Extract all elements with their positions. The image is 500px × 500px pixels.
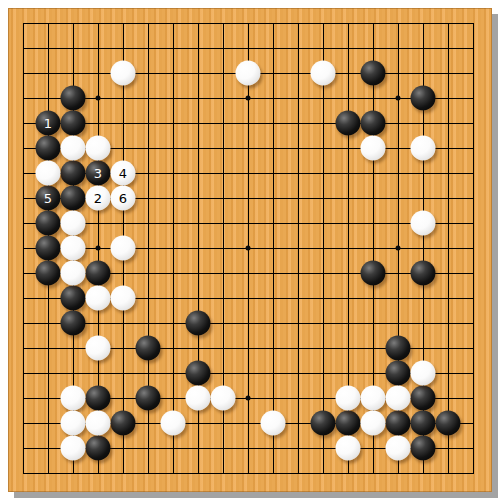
move-5-black-stone-c2-r8: 5	[36, 186, 61, 211]
star-point-16-4	[396, 96, 401, 101]
grid-line-horizontal-13	[23, 323, 474, 324]
white-stone-c3-r6	[61, 136, 86, 161]
black-stone-c16-r14	[386, 336, 411, 361]
black-stone-c17-r11	[411, 261, 436, 286]
black-stone-c2-r9	[36, 211, 61, 236]
move-number-label: 2	[94, 192, 102, 205]
white-stone-c14-r16	[336, 386, 361, 411]
white-stone-c7-r17	[161, 411, 186, 436]
white-stone-c4-r14	[86, 336, 111, 361]
move-number-label: 6	[119, 192, 127, 205]
white-stone-c3-r11	[61, 261, 86, 286]
move-number-label: 4	[119, 167, 127, 180]
white-stone-c15-r17	[361, 411, 386, 436]
black-stone-c17-r17	[411, 411, 436, 436]
black-stone-c3-r13	[61, 311, 86, 336]
black-stone-c14-r5	[336, 111, 361, 136]
white-stone-c10-r3	[236, 61, 261, 86]
black-stone-c5-r17	[111, 411, 136, 436]
move-number-label: 1	[44, 117, 52, 130]
white-stone-c16-r16	[386, 386, 411, 411]
white-stone-c3-r17	[61, 411, 86, 436]
star-point-16-10	[396, 246, 401, 251]
black-stone-c8-r13	[186, 311, 211, 336]
black-stone-c8-r15	[186, 361, 211, 386]
white-stone-c5-r10	[111, 236, 136, 261]
black-stone-c17-r4	[411, 86, 436, 111]
move-3-black-stone-c4-r7: 3	[86, 161, 111, 186]
black-stone-c15-r11	[361, 261, 386, 286]
black-stone-c15-r3	[361, 61, 386, 86]
grid-line-vertical-13	[323, 23, 324, 474]
white-stone-c15-r6	[361, 136, 386, 161]
go-board[interactable]: 135426	[8, 8, 492, 492]
white-stone-c17-r9	[411, 211, 436, 236]
white-stone-c4-r6	[86, 136, 111, 161]
black-stone-c2-r6	[36, 136, 61, 161]
black-stone-c18-r17	[436, 411, 461, 436]
move-2-white-stone-c4-r8: 2	[86, 186, 111, 211]
black-stone-c3-r7	[61, 161, 86, 186]
white-stone-c13-r3	[311, 61, 336, 86]
move-number-label: 5	[44, 192, 52, 205]
white-stone-c3-r10	[61, 236, 86, 261]
white-stone-c14-r18	[336, 436, 361, 461]
white-stone-c3-r18	[61, 436, 86, 461]
star-point-10-16	[246, 396, 251, 401]
white-stone-c3-r9	[61, 211, 86, 236]
black-stone-c4-r16	[86, 386, 111, 411]
black-stone-c4-r11	[86, 261, 111, 286]
black-stone-c17-r16	[411, 386, 436, 411]
black-stone-c3-r12	[61, 286, 86, 311]
white-stone-c9-r16	[211, 386, 236, 411]
grid-line-vertical-12	[298, 23, 299, 474]
white-stone-c11-r17	[261, 411, 286, 436]
white-stone-c16-r18	[386, 436, 411, 461]
white-stone-c2-r7	[36, 161, 61, 186]
black-stone-c4-r18	[86, 436, 111, 461]
white-stone-c3-r16	[61, 386, 86, 411]
black-stone-c14-r17	[336, 411, 361, 436]
go-diagram-page: 135426	[0, 0, 500, 500]
black-stone-c17-r18	[411, 436, 436, 461]
grid-line-vertical-11	[273, 23, 274, 474]
white-stone-c17-r15	[411, 361, 436, 386]
grid-line-vertical-19	[473, 23, 474, 474]
white-stone-c5-r3	[111, 61, 136, 86]
move-4-white-stone-c5-r7: 4	[111, 161, 136, 186]
white-stone-c15-r16	[361, 386, 386, 411]
move-number-label: 3	[94, 167, 102, 180]
white-stone-c4-r12	[86, 286, 111, 311]
star-point-4-4	[96, 96, 101, 101]
white-stone-c5-r12	[111, 286, 136, 311]
black-stone-c15-r5	[361, 111, 386, 136]
grid-line-vertical-18	[448, 23, 449, 474]
black-stone-c3-r5	[61, 111, 86, 136]
star-point-4-10	[96, 246, 101, 251]
white-stone-c8-r16	[186, 386, 211, 411]
black-stone-c2-r10	[36, 236, 61, 261]
star-point-10-10	[246, 246, 251, 251]
black-stone-c6-r14	[136, 336, 161, 361]
black-stone-c3-r4	[61, 86, 86, 111]
move-1-black-stone-c2-r5: 1	[36, 111, 61, 136]
black-stone-c16-r15	[386, 361, 411, 386]
white-stone-c4-r17	[86, 411, 111, 436]
black-stone-c16-r17	[386, 411, 411, 436]
black-stone-c6-r16	[136, 386, 161, 411]
white-stone-c17-r6	[411, 136, 436, 161]
star-point-10-4	[246, 96, 251, 101]
move-6-white-stone-c5-r8: 6	[111, 186, 136, 211]
black-stone-c2-r11	[36, 261, 61, 286]
grid-line-horizontal-19	[23, 473, 474, 474]
black-stone-c13-r17	[311, 411, 336, 436]
black-stone-c3-r8	[61, 186, 86, 211]
